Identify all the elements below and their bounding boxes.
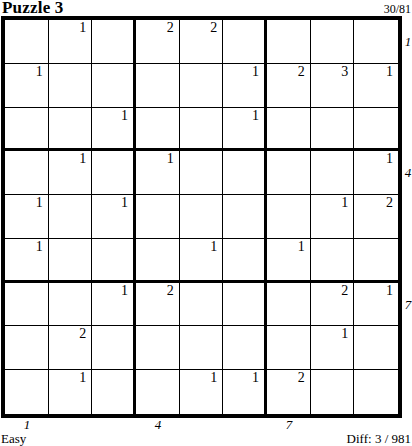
cell-r5c7[interactable] bbox=[267, 195, 311, 239]
cell-r1c1[interactable] bbox=[5, 20, 49, 64]
cell-r3c5[interactable] bbox=[180, 108, 224, 152]
clue-count: 30/81 bbox=[384, 2, 411, 17]
cell-r4c2[interactable]: 1 bbox=[49, 151, 93, 195]
cell-clue: 2 bbox=[79, 326, 86, 341]
cell-r5c6[interactable] bbox=[223, 195, 267, 239]
cell-r8c3[interactable] bbox=[92, 326, 136, 370]
cell-clue: 1 bbox=[386, 64, 393, 79]
cell-clue: 2 bbox=[167, 20, 174, 35]
cell-clue: 1 bbox=[341, 195, 348, 210]
cell-clue: 1 bbox=[121, 195, 128, 210]
cell-r4c1[interactable] bbox=[5, 151, 49, 195]
cell-clue: 1 bbox=[386, 151, 393, 166]
cell-r9c7[interactable]: 2 bbox=[267, 370, 311, 414]
cell-r4c9[interactable]: 1 bbox=[354, 151, 398, 195]
cell-clue: 1 bbox=[121, 283, 128, 298]
cell-clue: 2 bbox=[386, 195, 393, 210]
cell-r7c6[interactable] bbox=[223, 283, 267, 327]
cell-clue: 1 bbox=[79, 151, 86, 166]
cell-r7c7[interactable] bbox=[267, 283, 311, 327]
cell-clue: 2 bbox=[210, 20, 217, 35]
puzzle-page: Puzzle 3 30/81 1221123111111111211112212… bbox=[0, 0, 412, 446]
cell-r1c8[interactable] bbox=[311, 20, 355, 64]
puzzle-grid: 122112311111111121111221211112 bbox=[1, 16, 402, 418]
cell-r5c3[interactable]: 1 bbox=[92, 195, 136, 239]
cell-clue: 1 bbox=[210, 370, 217, 385]
cell-r5c8[interactable]: 1 bbox=[311, 195, 355, 239]
cell-clue: 3 bbox=[341, 64, 348, 79]
cell-r2c6[interactable]: 1 bbox=[223, 64, 267, 108]
cell-r1c6[interactable] bbox=[223, 20, 267, 64]
cell-r1c4[interactable]: 2 bbox=[136, 20, 180, 64]
col-label-1: 1 bbox=[5, 417, 49, 432]
cell-r8c4[interactable] bbox=[136, 326, 180, 370]
cell-r4c7[interactable] bbox=[267, 151, 311, 195]
cell-r3c1[interactable] bbox=[5, 108, 49, 152]
cell-r2c3[interactable] bbox=[92, 64, 136, 108]
cell-r9c1[interactable] bbox=[5, 370, 49, 414]
row-label-4: 4 bbox=[403, 151, 412, 195]
cell-r4c4[interactable]: 1 bbox=[136, 151, 180, 195]
cell-clue: 1 bbox=[252, 64, 259, 79]
cell-r3c4[interactable] bbox=[136, 108, 180, 152]
cell-clue: 1 bbox=[298, 239, 305, 254]
cell-r8c2[interactable]: 2 bbox=[49, 326, 93, 370]
cell-r5c5[interactable] bbox=[180, 195, 224, 239]
cell-r4c6[interactable] bbox=[223, 151, 267, 195]
diff-stat: Diff: 3 / 981 bbox=[347, 431, 411, 446]
cell-r8c8[interactable]: 1 bbox=[311, 326, 355, 370]
cell-r7c3[interactable]: 1 bbox=[92, 283, 136, 327]
cell-r3c2[interactable] bbox=[49, 108, 93, 152]
cell-r8c9[interactable] bbox=[354, 326, 398, 370]
cell-r9c3[interactable] bbox=[92, 370, 136, 414]
cell-r2c7[interactable]: 2 bbox=[267, 64, 311, 108]
cell-r2c2[interactable] bbox=[49, 64, 93, 108]
cell-clue: 2 bbox=[298, 64, 305, 79]
cell-r8c1[interactable] bbox=[5, 326, 49, 370]
cell-r2c4[interactable] bbox=[136, 64, 180, 108]
row-label-7: 7 bbox=[403, 283, 412, 327]
cell-clue: 1 bbox=[36, 195, 43, 210]
cell-r4c5[interactable] bbox=[180, 151, 224, 195]
cell-clue: 1 bbox=[79, 370, 86, 385]
cell-r5c4[interactable] bbox=[136, 195, 180, 239]
cell-clue: 1 bbox=[167, 151, 174, 166]
cell-clue: 1 bbox=[79, 20, 86, 35]
cell-r7c4[interactable]: 2 bbox=[136, 283, 180, 327]
cell-r6c3[interactable] bbox=[92, 239, 136, 283]
cell-r7c1[interactable] bbox=[5, 283, 49, 327]
cell-r7c9[interactable]: 1 bbox=[354, 283, 398, 327]
row-label-1: 1 bbox=[403, 20, 412, 64]
cell-clue: 1 bbox=[341, 326, 348, 341]
cell-clue: 1 bbox=[36, 239, 43, 254]
cell-r1c9[interactable] bbox=[354, 20, 398, 64]
cell-r7c8[interactable]: 2 bbox=[311, 283, 355, 327]
cell-r9c4[interactable] bbox=[136, 370, 180, 414]
cell-r4c8[interactable] bbox=[311, 151, 355, 195]
cell-r7c2[interactable] bbox=[49, 283, 93, 327]
cell-r6c4[interactable] bbox=[136, 239, 180, 283]
cell-r5c2[interactable] bbox=[49, 195, 93, 239]
cell-r6c2[interactable] bbox=[49, 239, 93, 283]
cell-r1c5[interactable]: 2 bbox=[180, 20, 224, 64]
cell-r3c8[interactable] bbox=[311, 108, 355, 152]
cell-r2c9[interactable]: 1 bbox=[354, 64, 398, 108]
cell-r2c8[interactable]: 3 bbox=[311, 64, 355, 108]
cell-r8c6[interactable] bbox=[223, 326, 267, 370]
cell-r6c9[interactable] bbox=[354, 239, 398, 283]
cell-r5c9[interactable]: 2 bbox=[354, 195, 398, 239]
cell-r4c3[interactable] bbox=[92, 151, 136, 195]
col-label-7: 7 bbox=[267, 417, 311, 432]
cell-r8c5[interactable] bbox=[180, 326, 224, 370]
difficulty-label: Easy bbox=[1, 431, 26, 446]
cell-r2c5[interactable] bbox=[180, 64, 224, 108]
cell-clue: 1 bbox=[121, 108, 128, 123]
cell-r9c9[interactable] bbox=[354, 370, 398, 414]
cell-r6c6[interactable] bbox=[223, 239, 267, 283]
cell-r3c6[interactable]: 1 bbox=[223, 108, 267, 152]
cell-clue: 1 bbox=[210, 239, 217, 254]
cell-r6c7[interactable]: 1 bbox=[267, 239, 311, 283]
cell-clue: 1 bbox=[386, 283, 393, 298]
cell-clue: 1 bbox=[252, 370, 259, 385]
cell-r5c1[interactable]: 1 bbox=[5, 195, 49, 239]
cell-r3c3[interactable]: 1 bbox=[92, 108, 136, 152]
cell-r9c5[interactable]: 1 bbox=[180, 370, 224, 414]
cell-r1c7[interactable] bbox=[267, 20, 311, 64]
cell-r2c1[interactable]: 1 bbox=[5, 64, 49, 108]
cell-r1c3[interactable] bbox=[92, 20, 136, 64]
cell-clue: 2 bbox=[298, 370, 305, 385]
col-label-4: 4 bbox=[136, 417, 180, 432]
cell-clue: 2 bbox=[167, 283, 174, 298]
cell-clue: 2 bbox=[341, 283, 348, 298]
cell-clue: 1 bbox=[36, 64, 43, 79]
cell-r9c8[interactable] bbox=[311, 370, 355, 414]
cell-r8c7[interactable] bbox=[267, 326, 311, 370]
cell-r9c6[interactable]: 1 bbox=[223, 370, 267, 414]
cell-r9c2[interactable]: 1 bbox=[49, 370, 93, 414]
cell-r3c7[interactable] bbox=[267, 108, 311, 152]
cell-r3c9[interactable] bbox=[354, 108, 398, 152]
cell-r6c1[interactable]: 1 bbox=[5, 239, 49, 283]
cell-clue: 1 bbox=[252, 108, 259, 123]
cell-r6c8[interactable] bbox=[311, 239, 355, 283]
cell-r7c5[interactable] bbox=[180, 283, 224, 327]
cell-r6c5[interactable]: 1 bbox=[180, 239, 224, 283]
cell-r1c2[interactable]: 1 bbox=[49, 20, 93, 64]
